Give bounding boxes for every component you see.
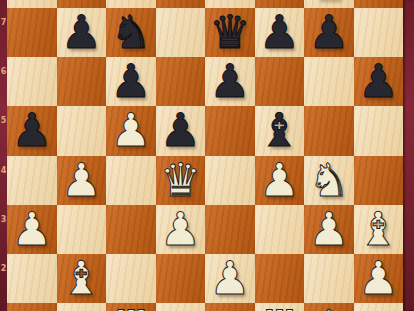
square-c1[interactable]: ♜ (106, 303, 156, 311)
piece-black-pawn-b7[interactable]: ♟ (61, 8, 102, 57)
piece-black-knight-c7[interactable]: ♞ (110, 8, 151, 57)
piece-black-pawn-h6[interactable]: ♟ (358, 57, 399, 106)
square-e2[interactable]: ♟ (205, 254, 255, 303)
square-g3[interactable]: ♟ (304, 205, 354, 254)
square-d6[interactable] (156, 57, 206, 106)
square-f6[interactable] (255, 57, 305, 106)
square-f5[interactable]: ♝ (255, 106, 305, 155)
square-c4[interactable] (106, 156, 156, 205)
square-h4[interactable] (354, 156, 404, 205)
square-a3[interactable]: ♟ (7, 205, 57, 254)
square-h3[interactable]: ♝ (354, 205, 404, 254)
square-e3[interactable] (205, 205, 255, 254)
square-a5[interactable]: ♟ (7, 106, 57, 155)
square-c7[interactable]: ♞ (106, 8, 156, 57)
piece-black-pawn-g7[interactable]: ♟ (308, 8, 349, 57)
square-a1[interactable] (7, 303, 57, 311)
square-e4[interactable] (205, 156, 255, 205)
square-c3[interactable] (106, 205, 156, 254)
square-e1[interactable] (205, 303, 255, 311)
square-f2[interactable] (255, 254, 305, 303)
square-g7[interactable]: ♟ (304, 8, 354, 57)
square-b2[interactable]: ♝ (57, 254, 107, 303)
piece-white-knight-g4[interactable]: ♞ (308, 156, 349, 205)
square-c6[interactable]: ♟ (106, 57, 156, 106)
square-h6[interactable]: ♟ (354, 57, 404, 106)
rank-label-4: 4 (0, 167, 7, 175)
piece-black-pawn-e6[interactable]: ♟ (209, 57, 250, 106)
square-b3[interactable] (57, 205, 107, 254)
square-f7[interactable]: ♟ (255, 8, 305, 57)
square-a6[interactable] (7, 57, 57, 106)
square-b7[interactable]: ♟ (57, 8, 107, 57)
piece-black-pawn-a5[interactable]: ♟ (11, 106, 52, 155)
piece-black-pawn-f7[interactable]: ♟ (259, 8, 300, 57)
square-b1[interactable] (57, 303, 107, 311)
piece-white-bishop-b2[interactable]: ♝ (61, 254, 102, 303)
rank-label-3: 3 (0, 216, 7, 224)
square-a2[interactable] (7, 254, 57, 303)
piece-white-pawn-g3[interactable]: ♟ (308, 205, 349, 254)
square-c2[interactable] (106, 254, 156, 303)
square-g2[interactable] (304, 254, 354, 303)
piece-white-pawn-a3[interactable]: ♟ (11, 205, 52, 254)
square-f1[interactable]: ♜ (255, 303, 305, 311)
square-b4[interactable]: ♟ (57, 156, 107, 205)
square-a8[interactable] (7, 0, 57, 8)
square-h2[interactable]: ♟ (354, 254, 404, 303)
square-g1[interactable]: ♚ (304, 303, 354, 311)
square-d3[interactable]: ♟ (156, 205, 206, 254)
piece-white-pawn-b4[interactable]: ♟ (61, 156, 102, 205)
rank-label-2: 2 (0, 265, 7, 273)
piece-white-pawn-d3[interactable]: ♟ (160, 205, 201, 254)
chess-board-screen: ♚♟♞♛♟♟♟♟♟♟♟♟♝♟♛♟♞♟♟♟♝♝♟♟♜♜♚ 765432 (0, 0, 414, 311)
square-b5[interactable] (57, 106, 107, 155)
piece-white-rook-c1[interactable]: ♜ (110, 303, 151, 311)
square-g5[interactable] (304, 106, 354, 155)
square-b6[interactable] (57, 57, 107, 106)
square-d1[interactable] (156, 303, 206, 311)
square-f3[interactable] (255, 205, 305, 254)
piece-white-pawn-h2[interactable]: ♟ (358, 254, 399, 303)
square-g6[interactable] (304, 57, 354, 106)
square-h1[interactable] (354, 303, 404, 311)
piece-white-king-g1[interactable]: ♚ (308, 303, 349, 311)
square-d2[interactable] (156, 254, 206, 303)
square-a4[interactable] (7, 156, 57, 205)
rank-label-7: 7 (0, 19, 7, 27)
piece-white-rook-f1[interactable]: ♜ (259, 303, 300, 311)
chess-board: ♚♟♞♛♟♟♟♟♟♟♟♟♝♟♛♟♞♟♟♟♝♝♟♟♜♜♚ (7, 0, 403, 311)
piece-white-bishop-h3[interactable]: ♝ (358, 205, 399, 254)
piece-white-pawn-f4[interactable]: ♟ (259, 156, 300, 205)
square-d8[interactable] (156, 0, 206, 8)
square-h5[interactable] (354, 106, 404, 155)
square-e6[interactable]: ♟ (205, 57, 255, 106)
piece-white-pawn-c5[interactable]: ♟ (110, 106, 151, 155)
board-frame-right (403, 0, 414, 311)
piece-black-bishop-f5[interactable]: ♝ (259, 106, 300, 155)
square-d4[interactable]: ♛ (156, 156, 206, 205)
square-e7[interactable]: ♛ (205, 8, 255, 57)
square-g4[interactable]: ♞ (304, 156, 354, 205)
piece-white-queen-d4[interactable]: ♛ (160, 156, 201, 205)
square-d5[interactable]: ♟ (156, 106, 206, 155)
rank-label-5: 5 (0, 117, 7, 125)
piece-black-pawn-c6[interactable]: ♟ (110, 57, 151, 106)
square-c5[interactable]: ♟ (106, 106, 156, 155)
piece-black-queen-e7[interactable]: ♛ (209, 8, 250, 57)
square-h8[interactable] (354, 0, 404, 8)
piece-white-pawn-e2[interactable]: ♟ (209, 254, 250, 303)
piece-black-pawn-d5[interactable]: ♟ (160, 106, 201, 155)
square-h7[interactable] (354, 8, 404, 57)
square-d7[interactable] (156, 8, 206, 57)
square-e5[interactable] (205, 106, 255, 155)
square-a7[interactable] (7, 8, 57, 57)
rank-label-6: 6 (0, 68, 7, 76)
square-f4[interactable]: ♟ (255, 156, 305, 205)
